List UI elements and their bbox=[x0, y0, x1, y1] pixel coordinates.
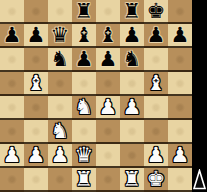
square-h8[interactable] bbox=[168, 0, 192, 24]
square-h5[interactable] bbox=[168, 72, 192, 96]
piece-black-rook: ♜ bbox=[120, 0, 144, 24]
square-g1[interactable]: ♚ bbox=[144, 168, 168, 192]
piece-black-pawn: ♟ bbox=[144, 24, 168, 48]
square-f4[interactable]: ♟ bbox=[120, 96, 144, 120]
piece-white-pawn: ♟ bbox=[96, 96, 120, 120]
square-e3[interactable] bbox=[96, 120, 120, 144]
square-b7[interactable]: ♟ bbox=[24, 24, 48, 48]
square-e8[interactable] bbox=[96, 0, 120, 24]
square-c7[interactable]: ♛ bbox=[48, 24, 72, 48]
square-a2[interactable]: ♟ bbox=[0, 144, 24, 168]
square-g3[interactable] bbox=[144, 120, 168, 144]
piece-white-rook: ♜ bbox=[72, 168, 96, 192]
square-a3[interactable] bbox=[0, 120, 24, 144]
piece-black-pawn: ♟ bbox=[72, 48, 96, 72]
chess-board: ♜♜♚♟♟♛♝♝♟♟♟♞♟♟♞♝♝♞♟♟♞♟♟♟♛♟♟♜♜♚ bbox=[0, 0, 192, 192]
piece-white-pawn: ♟ bbox=[144, 144, 168, 168]
square-c3[interactable]: ♞ bbox=[48, 120, 72, 144]
piece-white-pawn: ♟ bbox=[48, 144, 72, 168]
square-h1[interactable] bbox=[168, 168, 192, 192]
square-f7[interactable]: ♟ bbox=[120, 24, 144, 48]
square-c1[interactable] bbox=[48, 168, 72, 192]
square-h3[interactable] bbox=[168, 120, 192, 144]
square-e7[interactable]: ♝ bbox=[96, 24, 120, 48]
piece-black-pawn: ♟ bbox=[24, 24, 48, 48]
piece-white-pawn: ♟ bbox=[168, 144, 192, 168]
piece-white-bishop: ♝ bbox=[144, 72, 168, 96]
square-d6[interactable]: ♟ bbox=[72, 48, 96, 72]
square-f2[interactable] bbox=[120, 144, 144, 168]
square-c4[interactable] bbox=[48, 96, 72, 120]
square-h4[interactable] bbox=[168, 96, 192, 120]
square-d3[interactable] bbox=[72, 120, 96, 144]
piece-black-queen: ♛ bbox=[48, 24, 72, 48]
square-e4[interactable]: ♟ bbox=[96, 96, 120, 120]
square-b1[interactable] bbox=[24, 168, 48, 192]
square-a8[interactable] bbox=[0, 0, 24, 24]
square-e5[interactable] bbox=[96, 72, 120, 96]
square-b4[interactable] bbox=[24, 96, 48, 120]
piece-white-bishop: ♝ bbox=[24, 72, 48, 96]
piece-black-pawn: ♟ bbox=[168, 24, 192, 48]
square-c5[interactable] bbox=[48, 72, 72, 96]
piece-white-rook: ♜ bbox=[120, 168, 144, 192]
square-b8[interactable] bbox=[24, 0, 48, 24]
square-b6[interactable] bbox=[24, 48, 48, 72]
side-to-move-panel bbox=[192, 0, 207, 192]
square-a1[interactable] bbox=[0, 168, 24, 192]
piece-black-rook: ♜ bbox=[72, 0, 96, 24]
square-a6[interactable] bbox=[0, 48, 24, 72]
square-g5[interactable]: ♝ bbox=[144, 72, 168, 96]
white-to-move-triangle-icon bbox=[193, 169, 206, 190]
square-c6[interactable]: ♞ bbox=[48, 48, 72, 72]
square-f8[interactable]: ♜ bbox=[120, 0, 144, 24]
square-e1[interactable] bbox=[96, 168, 120, 192]
piece-black-pawn: ♟ bbox=[120, 24, 144, 48]
piece-black-pawn: ♟ bbox=[0, 24, 24, 48]
piece-black-bishop: ♝ bbox=[72, 24, 96, 48]
square-c8[interactable] bbox=[48, 0, 72, 24]
piece-white-pawn: ♟ bbox=[0, 144, 24, 168]
square-h7[interactable]: ♟ bbox=[168, 24, 192, 48]
square-b3[interactable] bbox=[24, 120, 48, 144]
piece-black-knight: ♞ bbox=[48, 48, 72, 72]
square-d8[interactable]: ♜ bbox=[72, 0, 96, 24]
square-e2[interactable] bbox=[96, 144, 120, 168]
square-b2[interactable]: ♟ bbox=[24, 144, 48, 168]
square-e6[interactable]: ♟ bbox=[96, 48, 120, 72]
piece-black-bishop: ♝ bbox=[96, 24, 120, 48]
square-g6[interactable] bbox=[144, 48, 168, 72]
square-d2[interactable]: ♛ bbox=[72, 144, 96, 168]
square-g8[interactable]: ♚ bbox=[144, 0, 168, 24]
square-d7[interactable]: ♝ bbox=[72, 24, 96, 48]
square-a5[interactable] bbox=[0, 72, 24, 96]
piece-black-knight: ♞ bbox=[120, 48, 144, 72]
piece-black-king: ♚ bbox=[144, 0, 168, 24]
piece-white-knight: ♞ bbox=[72, 96, 96, 120]
square-a7[interactable]: ♟ bbox=[0, 24, 24, 48]
square-d5[interactable] bbox=[72, 72, 96, 96]
square-c2[interactable]: ♟ bbox=[48, 144, 72, 168]
square-f5[interactable] bbox=[120, 72, 144, 96]
square-f1[interactable]: ♜ bbox=[120, 168, 144, 192]
square-b5[interactable]: ♝ bbox=[24, 72, 48, 96]
square-g7[interactable]: ♟ bbox=[144, 24, 168, 48]
piece-white-queen: ♛ bbox=[72, 144, 96, 168]
square-d4[interactable]: ♞ bbox=[72, 96, 96, 120]
piece-white-king: ♚ bbox=[144, 168, 168, 192]
square-f6[interactable]: ♞ bbox=[120, 48, 144, 72]
square-g2[interactable]: ♟ bbox=[144, 144, 168, 168]
piece-black-pawn: ♟ bbox=[96, 48, 120, 72]
square-h2[interactable]: ♟ bbox=[168, 144, 192, 168]
piece-white-pawn: ♟ bbox=[120, 96, 144, 120]
square-f3[interactable] bbox=[120, 120, 144, 144]
square-g4[interactable] bbox=[144, 96, 168, 120]
piece-white-knight: ♞ bbox=[48, 120, 72, 144]
square-h6[interactable] bbox=[168, 48, 192, 72]
square-d1[interactable]: ♜ bbox=[72, 168, 96, 192]
piece-white-pawn: ♟ bbox=[24, 144, 48, 168]
square-a4[interactable] bbox=[0, 96, 24, 120]
